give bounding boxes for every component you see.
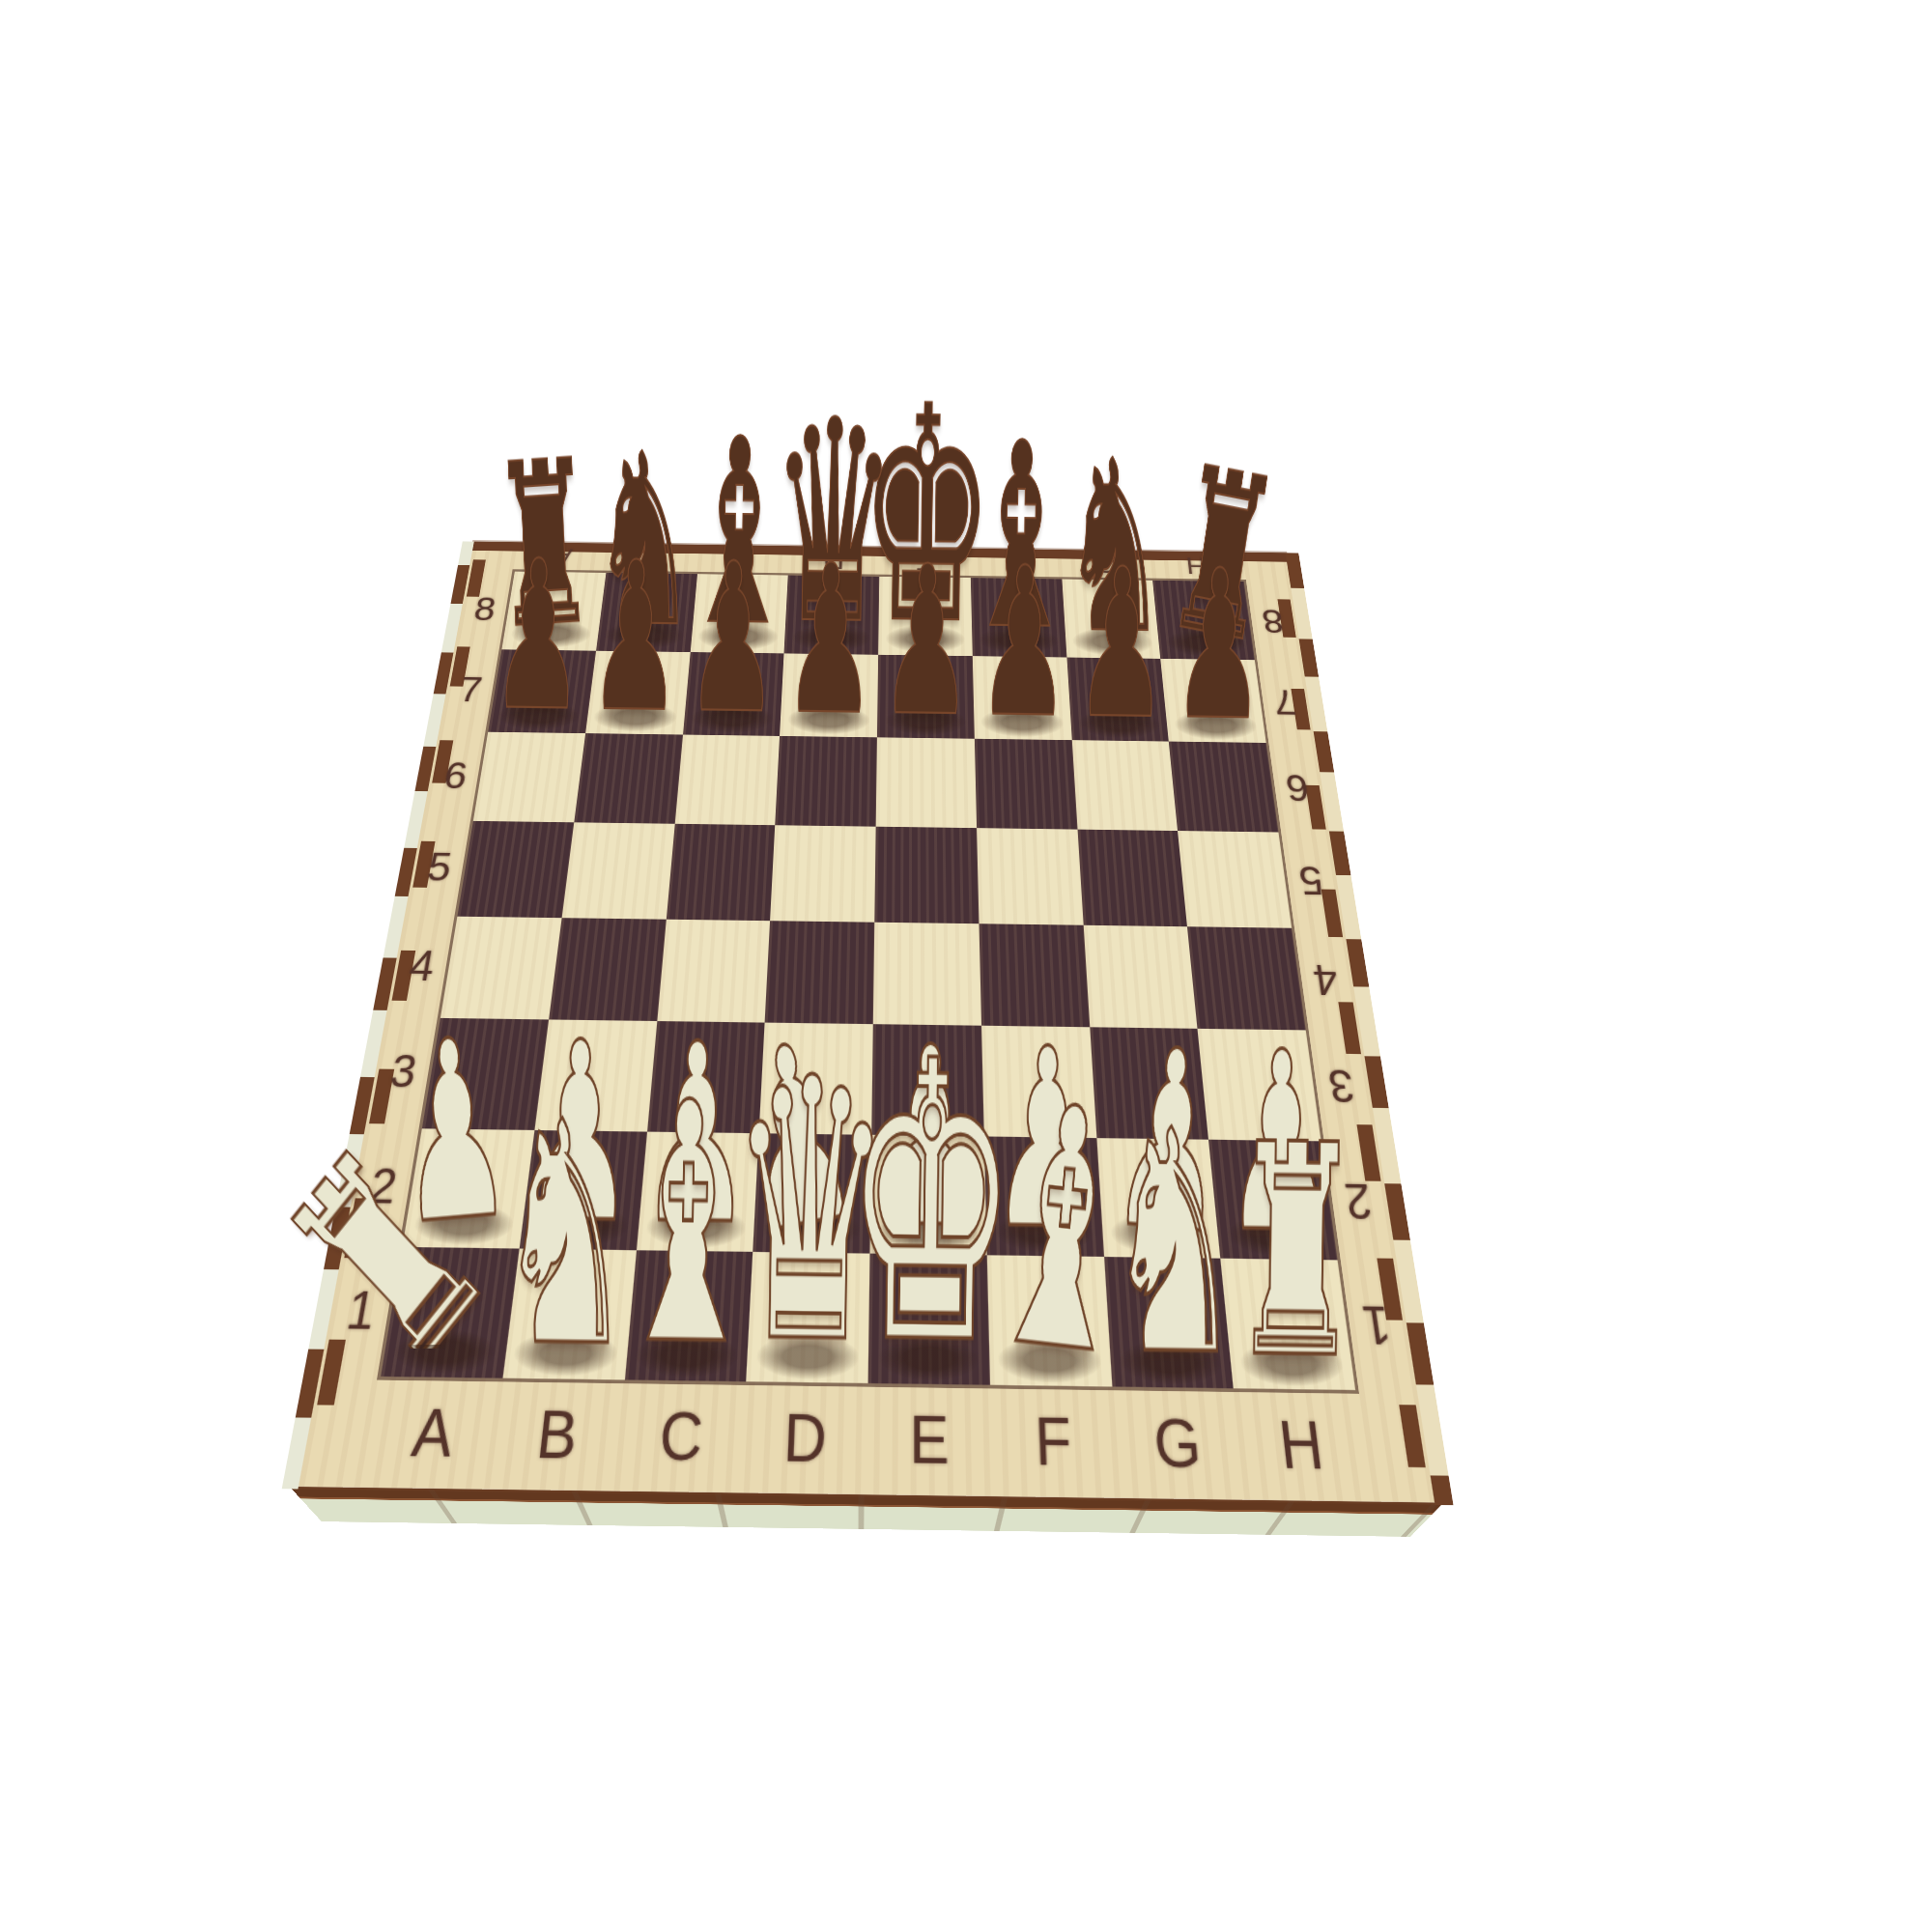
file-bottom-label-a: A <box>362 1377 502 1490</box>
cell-a5 <box>457 821 574 918</box>
cell-h6 <box>1169 742 1278 833</box>
file-bottom-label-b: B <box>488 1378 624 1492</box>
file-top-label-b: B <box>606 544 699 575</box>
cell-c7: ♟ <box>683 652 784 736</box>
cell-a7: ♟ <box>488 649 596 733</box>
cell-h5 <box>1178 831 1292 927</box>
file-bottom-label-c: C <box>614 1379 746 1492</box>
file-bottom-label-d: D <box>741 1381 868 1494</box>
chess-box-stage: ABCDEFGH ABCDEFGH 87654321 87654321 ♜♞♝♛… <box>393 386 1355 1497</box>
file-top-label-f: F <box>970 549 1062 580</box>
cell-h7: ♟ <box>1160 659 1265 744</box>
file-bottom-label-e: E <box>867 1383 993 1496</box>
cell-c6 <box>674 735 780 825</box>
cell-g7: ♟ <box>1066 657 1169 742</box>
cell-b5 <box>561 822 674 919</box>
cell-g6 <box>1071 740 1178 831</box>
photo-scene: ABCDEFGH ABCDEFGH 87654321 87654321 ♜♞♝♛… <box>0 0 1932 1932</box>
cell-f7: ♟ <box>973 656 1072 740</box>
cell-c5 <box>666 824 775 921</box>
file-top-label-h: H <box>1150 551 1243 582</box>
file-bottom-label-f: F <box>990 1385 1119 1498</box>
file-bottom-label-g: G <box>1112 1386 1245 1499</box>
cell-b1: ♞ <box>502 1249 636 1379</box>
file-bottom-label-h: H <box>1234 1388 1371 1501</box>
file-top-label-a: A <box>515 542 610 573</box>
cell-b7: ♟ <box>585 650 690 734</box>
file-top-label-c: C <box>697 545 790 576</box>
cell-f5 <box>977 828 1083 924</box>
piece-light-knight-b1[interactable]: ♞ <box>495 1094 636 1378</box>
file-top-label-e: E <box>879 547 970 578</box>
piece-light-knight-g1[interactable]: ♞ <box>1104 1102 1245 1386</box>
piece-shadow-a1 <box>390 1328 498 1375</box>
piece-light-rook-h1[interactable]: ♜ <box>1229 1119 1363 1388</box>
file-labels-bottom: ABCDEFGH <box>362 1377 1371 1501</box>
cell-g1: ♞ <box>1104 1257 1234 1388</box>
cell-d7: ♟ <box>780 653 878 737</box>
file-top-label-g: G <box>1060 550 1152 581</box>
chess-box: ABCDEFGH ABCDEFGH 87654321 87654321 ♜♞♝♛… <box>298 542 1435 1503</box>
file-top-label-d: D <box>788 546 880 577</box>
cell-e1: ♚ <box>868 1254 990 1385</box>
piece-light-king-e1[interactable]: ♚ <box>842 1027 1019 1383</box>
cell-f6 <box>975 739 1077 830</box>
cell-e7: ♟ <box>877 654 975 738</box>
cell-e5 <box>874 827 979 923</box>
cell-d5 <box>770 825 875 922</box>
cell-e6 <box>876 738 977 828</box>
piece-layer: ♜♞♝♛♚♝♞♜♟♟♟♟♟♟♟♟♟♟♟♟♟♟♟♟♜♞♝♛♚♝♞♜ <box>381 572 1355 1390</box>
cell-d6 <box>775 736 876 826</box>
cell-g5 <box>1077 829 1187 925</box>
cell-a6 <box>473 732 585 822</box>
